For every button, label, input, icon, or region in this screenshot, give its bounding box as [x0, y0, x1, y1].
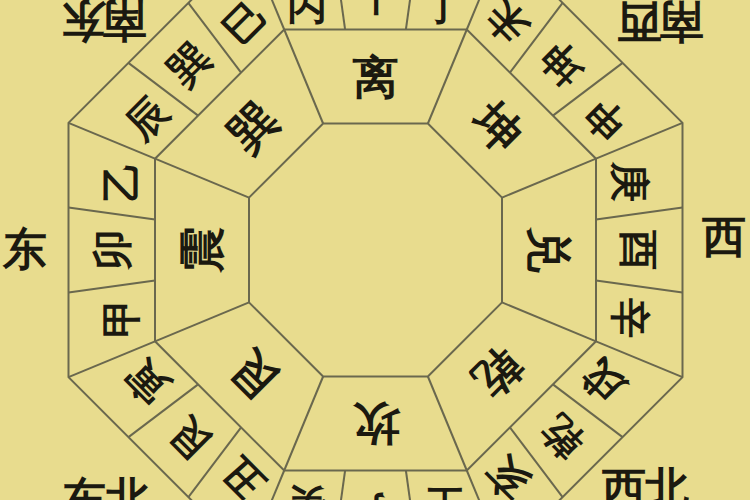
mountain-cell-gui: 癸	[287, 485, 327, 500]
mountain-cell-zi: 子	[356, 492, 396, 500]
corner-label-southwest-char1: 西	[617, 0, 661, 44]
mountain-cell-geng: 庚	[610, 162, 650, 202]
mountain-cell-xin: 辛	[610, 298, 650, 338]
trigram-cell-li: 离	[353, 54, 399, 100]
trigram-cell-zhen: 震	[179, 227, 225, 273]
corner-label-southeast-char1: 东	[62, 0, 106, 43]
mountain-cell-mao: 卯	[92, 230, 132, 270]
corner-label-northwest-char2: 北	[645, 467, 689, 500]
mountain-cell-ding: 丁	[424, 0, 464, 25]
mountain-cell-jia: 甲	[101, 298, 141, 338]
trigram-cell-kan: 坎	[353, 401, 399, 447]
corner-label-west: 西	[702, 215, 746, 259]
mountain-cell-ren: 壬	[424, 485, 464, 500]
bagua-compass-board: 午 丁 未 坤 申 庚 酉 辛 戌 乾 亥 壬 子 癸 丑 艮 寅 甲 卯 乙 …	[0, 0, 750, 500]
mountain-cell-yi: 乙	[101, 162, 141, 202]
corner-label-northwest-char1: 西	[602, 467, 646, 500]
corner-label-southeast-char2: 南	[102, 0, 146, 43]
corner-label-southwest-char2: 南	[659, 0, 703, 44]
corner-label-east: 东	[3, 227, 47, 271]
corner-label-northeast-char2: 北	[106, 477, 150, 500]
trigram-cell-dui: 兑	[526, 227, 572, 273]
mountain-cell-you: 酉	[619, 230, 659, 270]
corner-label-northeast-char1: 东	[62, 477, 106, 500]
mountain-cell-bing: 丙	[287, 0, 327, 25]
center-octagon	[249, 124, 502, 377]
mountain-cell-wu: 午	[356, 0, 396, 16]
